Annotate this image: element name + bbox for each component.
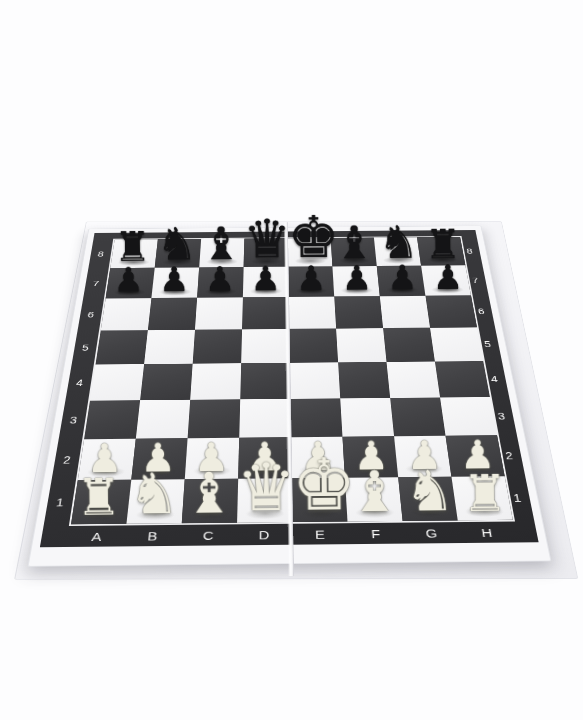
square-e7[interactable]: ♟ <box>288 266 334 297</box>
piece-white-bishop-c1[interactable]: ♝ <box>181 465 237 522</box>
square-d5[interactable] <box>241 329 289 363</box>
square-c1[interactable]: ♝ <box>182 479 238 523</box>
piece-white-knight-g1[interactable]: ♞ <box>402 463 458 520</box>
square-h3[interactable] <box>440 397 497 436</box>
piece-white-rook-h1[interactable]: ♜ <box>457 468 513 519</box>
piece-white-queen-d1[interactable]: ♛ <box>236 455 292 521</box>
piece-black-pawn-a7[interactable]: ♟ <box>105 263 151 297</box>
square-g6[interactable] <box>380 296 430 328</box>
square-h5[interactable] <box>430 327 483 361</box>
square-g7[interactable]: ♟ <box>377 266 426 296</box>
piece-white-rook-a1[interactable]: ♜ <box>71 472 127 523</box>
square-c5[interactable] <box>193 329 242 363</box>
square-f1[interactable]: ♝ <box>345 477 403 521</box>
piece-white-knight-b1[interactable]: ♞ <box>126 465 182 522</box>
piece-black-pawn-e7[interactable]: ♟ <box>288 262 334 296</box>
piece-black-pawn-d7[interactable]: ♟ <box>243 262 289 296</box>
square-b1[interactable]: ♞ <box>126 479 184 523</box>
square-h1[interactable]: ♜ <box>451 476 512 520</box>
square-d1[interactable]: ♛ <box>237 478 292 522</box>
square-a6[interactable] <box>101 298 152 330</box>
piece-white-bishop-f1[interactable]: ♝ <box>347 463 403 520</box>
piece-black-pawn-f7[interactable]: ♟ <box>334 261 380 295</box>
piece-black-pawn-b7[interactable]: ♟ <box>151 263 197 297</box>
square-b3[interactable] <box>136 400 190 439</box>
square-g5[interactable] <box>383 328 435 362</box>
square-d4[interactable] <box>240 363 290 400</box>
square-a7[interactable]: ♟ <box>106 268 155 299</box>
piece-black-pawn-c7[interactable]: ♟ <box>197 263 243 297</box>
piece-black-queen-d8[interactable]: ♛ <box>243 213 288 266</box>
square-g1[interactable]: ♞ <box>398 477 458 521</box>
square-h7[interactable]: ♟ <box>421 265 471 295</box>
square-f6[interactable] <box>334 296 383 328</box>
square-a5[interactable] <box>96 330 148 364</box>
square-a4[interactable] <box>90 364 144 401</box>
square-f7[interactable]: ♟ <box>332 266 379 297</box>
piece-white-king-e1[interactable]: ♚ <box>292 448 348 520</box>
square-b7[interactable]: ♟ <box>151 267 199 298</box>
piece-black-pawn-g7[interactable]: ♟ <box>379 261 425 295</box>
product-photo-background: 87654321 87654321 ABCDEFGH ♜♞♝♛♚♝♞♜♟♟♟♟♟… <box>0 0 583 720</box>
piece-black-pawn-h7[interactable]: ♟ <box>425 261 471 295</box>
square-c7[interactable]: ♟ <box>197 267 243 298</box>
piece-black-king-e8[interactable]: ♚ <box>287 208 332 266</box>
folding-chessboard-mat: 87654321 87654321 ABCDEFGH ♜♞♝♛♚♝♞♜♟♟♟♟♟… <box>27 226 551 567</box>
chess-set-scene: 87654321 87654321 ABCDEFGH ♜♞♝♛♚♝♞♜♟♟♟♟♟… <box>27 226 551 567</box>
square-h6[interactable] <box>425 295 476 327</box>
square-e5[interactable] <box>289 328 338 362</box>
square-e6[interactable] <box>289 297 337 329</box>
square-a1[interactable]: ♜ <box>71 480 131 525</box>
square-e1[interactable]: ♚ <box>292 478 348 522</box>
square-d7[interactable]: ♟ <box>243 267 289 298</box>
